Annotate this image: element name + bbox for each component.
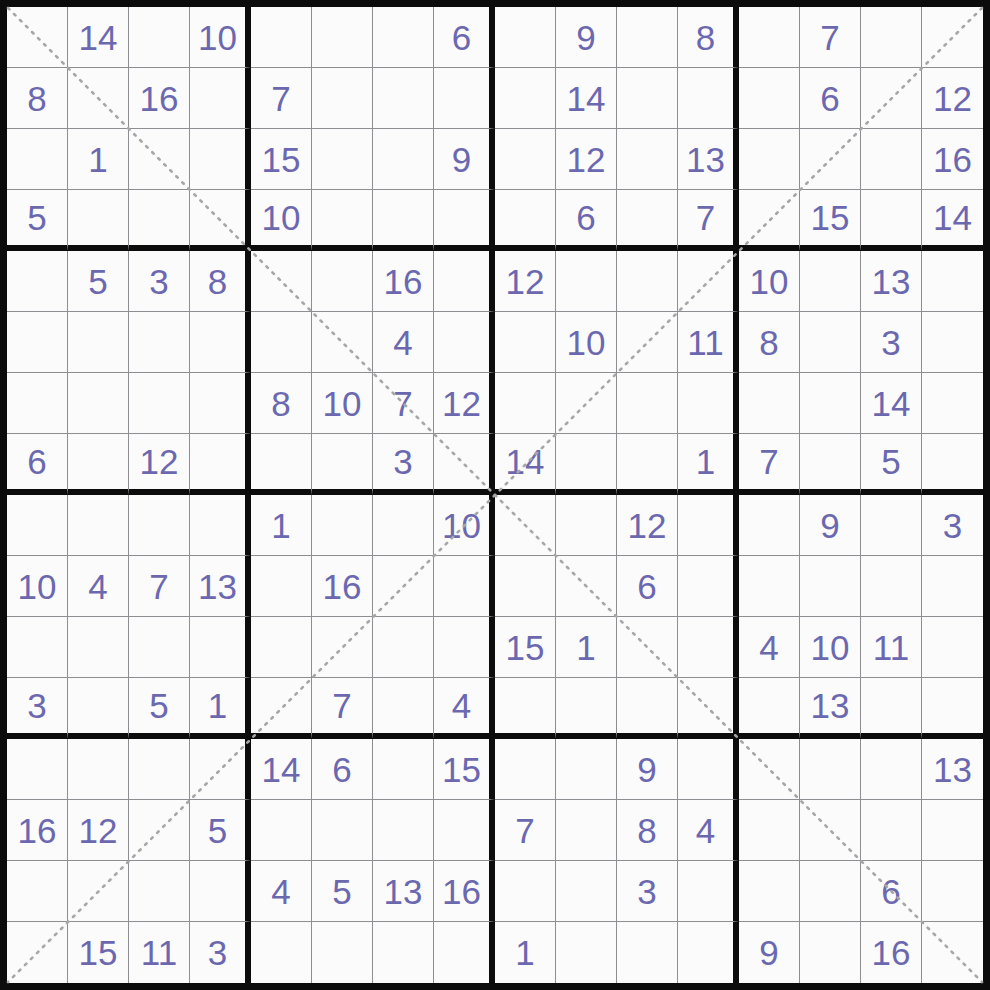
cell-r5c4[interactable]: 8 [190,251,251,312]
cell-r11c7[interactable] [373,617,434,678]
cell-r1c7[interactable] [373,7,434,68]
cell-r4c5[interactable]: 10 [251,190,312,251]
cell-r12c3[interactable]: 5 [129,678,190,739]
cell-r8c8[interactable] [434,434,495,495]
cell-r10c9[interactable] [495,556,556,617]
cell-r16c14[interactable] [800,922,861,983]
cell-r11c14[interactable]: 10 [800,617,861,678]
cell-r6c9[interactable] [495,312,556,373]
cell-r2c5[interactable]: 7 [251,68,312,129]
given-digit: 5 [332,874,351,909]
cell-r2c16[interactable]: 12 [922,68,983,129]
cell-r13c11[interactable]: 9 [617,739,678,800]
cell-r14c1[interactable]: 16 [7,800,68,861]
cell-r11c13[interactable]: 4 [739,617,800,678]
cell-r15c5[interactable]: 4 [251,861,312,922]
cell-r12c2[interactable] [68,678,129,739]
cell-r4c10[interactable]: 6 [556,190,617,251]
cell-r4c2[interactable] [68,190,129,251]
cell-r15c6[interactable]: 5 [312,861,373,922]
cell-r7c11[interactable] [617,373,678,434]
given-digit: 6 [820,81,839,116]
cell-r6c3[interactable] [129,312,190,373]
given-digit: 13 [933,752,972,787]
cell-r3c10[interactable]: 12 [556,129,617,190]
cell-r16c6[interactable] [312,922,373,983]
cell-r4c12[interactable]: 7 [678,190,739,251]
given-digit: 3 [27,688,46,723]
given-digit: 14 [933,200,972,235]
cell-r8c1[interactable]: 6 [7,434,68,495]
cell-r14c2[interactable]: 12 [68,800,129,861]
given-digit: 4 [696,813,715,848]
cell-r11c4[interactable] [190,617,251,678]
cell-r1c16[interactable] [922,7,983,68]
given-digit: 3 [208,935,227,970]
cell-r9c4[interactable] [190,495,251,556]
cell-r16c5[interactable] [251,922,312,983]
cell-r5c1[interactable] [7,251,68,312]
given-digit: 10 [442,508,481,543]
given-digit: 13 [686,142,725,177]
cell-r6c2[interactable] [68,312,129,373]
cell-r2c8[interactable] [434,68,495,129]
given-digit: 15 [506,630,545,665]
cell-r5c10[interactable] [556,251,617,312]
cell-r11c1[interactable] [7,617,68,678]
cell-r10c6[interactable]: 16 [312,556,373,617]
cell-r15c16[interactable] [922,861,983,922]
given-digit: 3 [637,874,656,909]
cell-r15c7[interactable]: 13 [373,861,434,922]
cell-r3c2[interactable]: 1 [68,129,129,190]
cell-r4c8[interactable] [434,190,495,251]
cell-r9c6[interactable] [312,495,373,556]
given-digit: 10 [323,386,362,421]
cell-r6c12[interactable]: 11 [678,312,739,373]
cell-r10c16[interactable] [922,556,983,617]
cell-r3c13[interactable] [739,129,800,190]
cell-r6c16[interactable] [922,312,983,373]
cell-r11c3[interactable] [129,617,190,678]
cell-r14c7[interactable] [373,800,434,861]
cell-r13c5[interactable]: 14 [251,739,312,800]
cell-r16c7[interactable] [373,922,434,983]
cell-r2c1[interactable]: 8 [7,68,68,129]
cell-r4c9[interactable] [495,190,556,251]
cell-r5c9[interactable]: 12 [495,251,556,312]
cell-r10c13[interactable] [739,556,800,617]
cell-r8c2[interactable] [68,434,129,495]
cell-r12c12[interactable] [678,678,739,739]
cell-r2c12[interactable] [678,68,739,129]
cell-r4c4[interactable] [190,190,251,251]
cell-r5c8[interactable] [434,251,495,312]
cell-r4c13[interactable] [739,190,800,251]
cell-r8c9[interactable]: 14 [495,434,556,495]
given-digit: 13 [811,688,850,723]
cell-r8c4[interactable] [190,434,251,495]
cell-r9c11[interactable]: 12 [617,495,678,556]
cell-r16c4[interactable]: 3 [190,922,251,983]
cell-r14c3[interactable] [129,800,190,861]
cell-r13c16[interactable]: 13 [922,739,983,800]
cell-r4c14[interactable]: 15 [800,190,861,251]
given-digit: 12 [506,264,545,299]
cell-r4c7[interactable] [373,190,434,251]
cell-r12c4[interactable]: 1 [190,678,251,739]
cell-r1c9[interactable] [495,7,556,68]
cell-r6c8[interactable] [434,312,495,373]
cell-r6c6[interactable] [312,312,373,373]
given-digit: 6 [27,444,46,479]
cell-r16c3[interactable]: 11 [129,922,190,983]
cell-r2c11[interactable] [617,68,678,129]
given-digit: 8 [27,81,46,116]
cell-r11c11[interactable] [617,617,678,678]
given-digit: 15 [811,200,850,235]
given-digit: 12 [567,142,606,177]
cell-r13c7[interactable] [373,739,434,800]
cell-r12c15[interactable] [861,678,922,739]
cell-r7c3[interactable] [129,373,190,434]
cell-r7c12[interactable] [678,373,739,434]
cell-r7c8[interactable]: 12 [434,373,495,434]
cell-r13c4[interactable] [190,739,251,800]
cell-r12c1[interactable]: 3 [7,678,68,739]
cell-r13c13[interactable] [739,739,800,800]
cell-r8c13[interactable]: 7 [739,434,800,495]
cell-r15c15[interactable]: 6 [861,861,922,922]
cell-r14c4[interactable]: 5 [190,800,251,861]
cell-r10c14[interactable] [800,556,861,617]
cell-r1c11[interactable] [617,7,678,68]
cell-r7c7[interactable]: 7 [373,373,434,434]
cell-r9c8[interactable]: 10 [434,495,495,556]
cell-r3c4[interactable] [190,129,251,190]
cell-r10c11[interactable]: 6 [617,556,678,617]
given-digit: 5 [881,444,900,479]
cell-r7c6[interactable]: 10 [312,373,373,434]
cell-r14c5[interactable] [251,800,312,861]
cell-r7c13[interactable] [739,373,800,434]
cell-r4c16[interactable]: 14 [922,190,983,251]
cell-r6c14[interactable] [800,312,861,373]
given-digit: 14 [262,752,301,787]
cell-r14c6[interactable] [312,800,373,861]
cell-r2c2[interactable] [68,68,129,129]
cell-r12c14[interactable]: 13 [800,678,861,739]
cell-r9c16[interactable]: 3 [922,495,983,556]
cell-r8c12[interactable]: 1 [678,434,739,495]
given-digit: 3 [149,264,168,299]
cell-r16c11[interactable] [617,922,678,983]
cell-r9c13[interactable] [739,495,800,556]
cell-r8c16[interactable] [922,434,983,495]
given-digit: 9 [576,20,595,55]
cell-r5c2[interactable]: 5 [68,251,129,312]
cell-r6c4[interactable] [190,312,251,373]
cell-r15c14[interactable] [800,861,861,922]
cell-r14c13[interactable] [739,800,800,861]
cell-r11c5[interactable] [251,617,312,678]
cell-r9c14[interactable]: 9 [800,495,861,556]
given-digit: 8 [637,813,656,848]
cell-r12c11[interactable] [617,678,678,739]
cell-r6c5[interactable] [251,312,312,373]
cell-r12c10[interactable] [556,678,617,739]
cell-r4c15[interactable] [861,190,922,251]
cell-r15c8[interactable]: 16 [434,861,495,922]
cell-r2c10[interactable]: 14 [556,68,617,129]
cell-r11c6[interactable] [312,617,373,678]
cell-r5c16[interactable] [922,251,983,312]
cell-r13c12[interactable] [678,739,739,800]
cell-r7c9[interactable] [495,373,556,434]
cell-r9c15[interactable] [861,495,922,556]
cell-r13c3[interactable] [129,739,190,800]
cell-r1c10[interactable]: 9 [556,7,617,68]
cell-r11c9[interactable]: 15 [495,617,556,678]
cell-r14c9[interactable]: 7 [495,800,556,861]
cell-r10c15[interactable] [861,556,922,617]
sudoku-board[interactable]: 1410698781671461211591213165106715145381… [0,0,990,990]
given-digit: 10 [750,264,789,299]
cell-r3c1[interactable] [7,129,68,190]
cell-r11c2[interactable] [68,617,129,678]
cell-r16c1[interactable] [7,922,68,983]
cell-r14c14[interactable] [800,800,861,861]
cell-r3c12[interactable]: 13 [678,129,739,190]
cell-r13c8[interactable]: 15 [434,739,495,800]
cell-r3c5[interactable]: 15 [251,129,312,190]
cell-r11c10[interactable]: 1 [556,617,617,678]
cell-r13c1[interactable] [7,739,68,800]
cell-r12c8[interactable]: 4 [434,678,495,739]
cell-r14c10[interactable] [556,800,617,861]
cell-r9c1[interactable] [7,495,68,556]
cell-r5c15[interactable]: 13 [861,251,922,312]
cell-r1c12[interactable]: 8 [678,7,739,68]
cell-r16c15[interactable]: 16 [861,922,922,983]
cell-r7c10[interactable] [556,373,617,434]
cell-r12c16[interactable] [922,678,983,739]
cell-r1c6[interactable] [312,7,373,68]
cell-r13c15[interactable] [861,739,922,800]
cell-r12c5[interactable] [251,678,312,739]
cell-r11c8[interactable] [434,617,495,678]
cell-r7c14[interactable] [800,373,861,434]
given-digit: 6 [881,874,900,909]
cell-r15c1[interactable] [7,861,68,922]
cell-r16c2[interactable]: 15 [68,922,129,983]
cell-r5c13[interactable]: 10 [739,251,800,312]
cell-r13c2[interactable] [68,739,129,800]
cell-r3c11[interactable] [617,129,678,190]
cell-r6c11[interactable] [617,312,678,373]
cell-r16c16[interactable] [922,922,983,983]
cell-r15c9[interactable] [495,861,556,922]
cell-r3c7[interactable] [373,129,434,190]
cell-r16c9[interactable]: 1 [495,922,556,983]
given-digit: 8 [759,325,778,360]
cell-r4c11[interactable] [617,190,678,251]
cell-r12c6[interactable]: 7 [312,678,373,739]
cell-r6c13[interactable]: 8 [739,312,800,373]
cell-r1c3[interactable] [129,7,190,68]
cell-r14c15[interactable] [861,800,922,861]
cell-r1c15[interactable] [861,7,922,68]
cell-r10c4[interactable]: 13 [190,556,251,617]
cell-r8c5[interactable] [251,434,312,495]
cell-r4c6[interactable] [312,190,373,251]
cell-r3c16[interactable]: 16 [922,129,983,190]
cell-r6c15[interactable]: 3 [861,312,922,373]
cell-r5c3[interactable]: 3 [129,251,190,312]
given-digit: 11 [141,935,177,970]
cell-r8c6[interactable] [312,434,373,495]
given-digit: 1 [576,630,595,665]
given-digit: 6 [452,20,471,55]
cell-r11c12[interactable] [678,617,739,678]
cell-r1c13[interactable] [739,7,800,68]
cell-r2c3[interactable]: 16 [129,68,190,129]
cell-r10c5[interactable] [251,556,312,617]
cell-r8c3[interactable]: 12 [129,434,190,495]
cell-r16c10[interactable] [556,922,617,983]
cell-r10c3[interactable]: 7 [129,556,190,617]
cell-r3c15[interactable] [861,129,922,190]
cell-r10c7[interactable] [373,556,434,617]
cell-r15c12[interactable] [678,861,739,922]
cell-r2c6[interactable] [312,68,373,129]
cell-r7c15[interactable]: 14 [861,373,922,434]
cell-r2c13[interactable] [739,68,800,129]
given-digit: 11 [873,630,909,665]
cell-r1c1[interactable] [7,7,68,68]
cell-r8c15[interactable]: 5 [861,434,922,495]
cell-r15c13[interactable] [739,861,800,922]
given-digit: 12 [933,81,972,116]
given-digit: 12 [79,813,118,848]
cell-r1c2[interactable]: 14 [68,7,129,68]
cell-r16c13[interactable]: 9 [739,922,800,983]
cell-r13c9[interactable] [495,739,556,800]
cell-r2c15[interactable] [861,68,922,129]
given-digit: 9 [637,752,656,787]
cell-r8c7[interactable]: 3 [373,434,434,495]
cell-r7c1[interactable] [7,373,68,434]
cell-r1c8[interactable]: 6 [434,7,495,68]
cell-r8c10[interactable] [556,434,617,495]
cell-r6c7[interactable]: 4 [373,312,434,373]
cell-r13c6[interactable]: 6 [312,739,373,800]
given-digit: 4 [271,874,290,909]
cell-r13c10[interactable] [556,739,617,800]
cell-r12c9[interactable] [495,678,556,739]
cell-r1c14[interactable]: 7 [800,7,861,68]
cell-r4c3[interactable] [129,190,190,251]
cell-r6c1[interactable] [7,312,68,373]
given-digit: 3 [881,325,900,360]
cell-r10c1[interactable]: 10 [7,556,68,617]
cell-r8c14[interactable] [800,434,861,495]
cell-r9c7[interactable] [373,495,434,556]
cell-r9c5[interactable]: 1 [251,495,312,556]
cell-r9c9[interactable] [495,495,556,556]
cell-r5c11[interactable] [617,251,678,312]
cell-r15c3[interactable] [129,861,190,922]
given-digit: 12 [140,444,179,479]
cell-r16c12[interactable] [678,922,739,983]
cell-r7c5[interactable]: 8 [251,373,312,434]
cell-r15c4[interactable] [190,861,251,922]
cell-r14c12[interactable]: 4 [678,800,739,861]
cell-r14c11[interactable]: 8 [617,800,678,861]
given-digit: 7 [696,200,715,235]
cell-r9c2[interactable] [68,495,129,556]
given-digit: 15 [79,935,118,970]
cell-r7c4[interactable] [190,373,251,434]
cell-r3c8[interactable]: 9 [434,129,495,190]
cell-r14c16[interactable] [922,800,983,861]
cell-r8c11[interactable] [617,434,678,495]
given-digit: 4 [452,688,471,723]
cell-r3c6[interactable] [312,129,373,190]
cell-r5c5[interactable] [251,251,312,312]
cell-r11c16[interactable] [922,617,983,678]
cell-r15c11[interactable]: 3 [617,861,678,922]
cell-r10c2[interactable]: 4 [68,556,129,617]
cell-r5c14[interactable] [800,251,861,312]
cell-r14c8[interactable] [434,800,495,861]
cell-r3c9[interactable] [495,129,556,190]
cell-r12c7[interactable] [373,678,434,739]
cell-r5c7[interactable]: 16 [373,251,434,312]
given-digit: 13 [384,874,423,909]
cell-r5c6[interactable] [312,251,373,312]
cell-r7c16[interactable] [922,373,983,434]
cell-r9c3[interactable] [129,495,190,556]
cell-r5c12[interactable] [678,251,739,312]
cell-r9c12[interactable] [678,495,739,556]
cell-r2c9[interactable] [495,68,556,129]
cell-r3c3[interactable] [129,129,190,190]
cell-r9c10[interactable] [556,495,617,556]
cell-r3c14[interactable] [800,129,861,190]
given-digit: 14 [872,386,911,421]
cell-r1c5[interactable] [251,7,312,68]
cell-r2c7[interactable] [373,68,434,129]
cell-r13c14[interactable] [800,739,861,800]
cell-r4c1[interactable]: 5 [7,190,68,251]
given-digit: 10 [811,630,850,665]
cell-r6c10[interactable]: 10 [556,312,617,373]
cell-r1c4[interactable]: 10 [190,7,251,68]
cell-r10c8[interactable] [434,556,495,617]
cell-r15c2[interactable] [68,861,129,922]
cell-r15c10[interactable] [556,861,617,922]
cell-r10c10[interactable] [556,556,617,617]
cell-r2c4[interactable] [190,68,251,129]
cell-r10c12[interactable] [678,556,739,617]
cell-r11c15[interactable]: 11 [861,617,922,678]
given-digit: 8 [696,20,715,55]
cell-r7c2[interactable] [68,373,129,434]
cell-r16c8[interactable] [434,922,495,983]
cell-r12c13[interactable] [739,678,800,739]
cell-r2c14[interactable]: 6 [800,68,861,129]
